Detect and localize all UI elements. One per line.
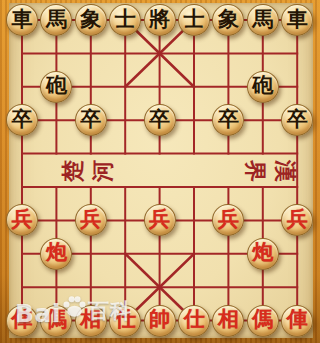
piece-red-soldier[interactable]: 兵 (75, 204, 107, 236)
piece-glyph: 將 (149, 9, 170, 30)
piece-black-cannon[interactable]: 砲 (247, 71, 279, 103)
piece-glyph: 兵 (12, 209, 33, 230)
piece-glyph: 傌 (46, 309, 67, 330)
piece-glyph: 帥 (149, 309, 170, 330)
river-char: 漢 (274, 160, 296, 182)
piece-glyph: 仕 (115, 309, 136, 330)
piece-glyph: 士 (115, 9, 136, 30)
piece-glyph: 車 (287, 9, 308, 30)
piece-red-advisor[interactable]: 仕 (178, 305, 210, 337)
piece-glyph: 俥 (287, 309, 308, 330)
piece-black-chariot[interactable]: 車 (281, 4, 313, 36)
piece-black-advisor[interactable]: 士 (109, 4, 141, 36)
piece-glyph: 象 (218, 9, 239, 30)
river-char: 界 (244, 160, 266, 182)
piece-black-general[interactable]: 將 (144, 4, 176, 36)
river-char: 河 (92, 160, 114, 182)
piece-glyph: 象 (80, 9, 101, 30)
piece-glyph: 馬 (46, 9, 67, 30)
xiangqi-board: 楚河 界漢 車馬象士將士象馬車砲砲卒卒卒卒卒兵兵兵兵兵炮炮俥傌相仕帥仕相傌俥 B… (0, 0, 320, 343)
piece-black-soldier[interactable]: 卒 (75, 104, 107, 136)
piece-glyph: 兵 (149, 209, 170, 230)
piece-red-soldier[interactable]: 兵 (144, 204, 176, 236)
piece-red-general[interactable]: 帥 (144, 305, 176, 337)
piece-glyph: 士 (184, 9, 205, 30)
piece-glyph: 兵 (287, 209, 308, 230)
piece-black-cannon[interactable]: 砲 (40, 71, 72, 103)
piece-glyph: 兵 (218, 209, 239, 230)
piece-glyph: 車 (12, 9, 33, 30)
piece-glyph: 傌 (252, 309, 273, 330)
piece-glyph: 炮 (252, 242, 273, 263)
piece-glyph: 卒 (218, 109, 239, 130)
piece-glyph: 砲 (252, 75, 273, 96)
piece-red-elephant[interactable]: 相 (75, 305, 107, 337)
river-char: 楚 (62, 160, 84, 182)
piece-red-cannon[interactable]: 炮 (40, 238, 72, 270)
piece-red-cannon[interactable]: 炮 (247, 238, 279, 270)
piece-black-soldier[interactable]: 卒 (144, 104, 176, 136)
piece-red-elephant[interactable]: 相 (212, 305, 244, 337)
piece-glyph: 兵 (80, 209, 101, 230)
piece-black-chariot[interactable]: 車 (6, 4, 38, 36)
piece-red-horse[interactable]: 傌 (247, 305, 279, 337)
piece-black-horse[interactable]: 馬 (247, 4, 279, 36)
piece-glyph: 炮 (46, 242, 67, 263)
piece-red-chariot[interactable]: 俥 (6, 305, 38, 337)
piece-glyph: 相 (218, 309, 239, 330)
piece-black-elephant[interactable]: 象 (75, 4, 107, 36)
piece-red-advisor[interactable]: 仕 (109, 305, 141, 337)
river-label-left: 楚河 (58, 156, 118, 186)
piece-glyph: 仕 (184, 309, 205, 330)
piece-glyph: 馬 (252, 9, 273, 30)
piece-red-horse[interactable]: 傌 (40, 305, 72, 337)
piece-black-soldier[interactable]: 卒 (6, 104, 38, 136)
piece-glyph: 卒 (287, 109, 308, 130)
piece-glyph: 卒 (80, 109, 101, 130)
piece-red-chariot[interactable]: 俥 (281, 305, 313, 337)
piece-glyph: 卒 (12, 109, 33, 130)
piece-glyph: 相 (80, 309, 101, 330)
piece-glyph: 俥 (12, 309, 33, 330)
piece-black-advisor[interactable]: 士 (178, 4, 210, 36)
piece-glyph: 砲 (46, 75, 67, 96)
piece-glyph: 卒 (149, 109, 170, 130)
river-label-right: 界漢 (240, 156, 300, 186)
